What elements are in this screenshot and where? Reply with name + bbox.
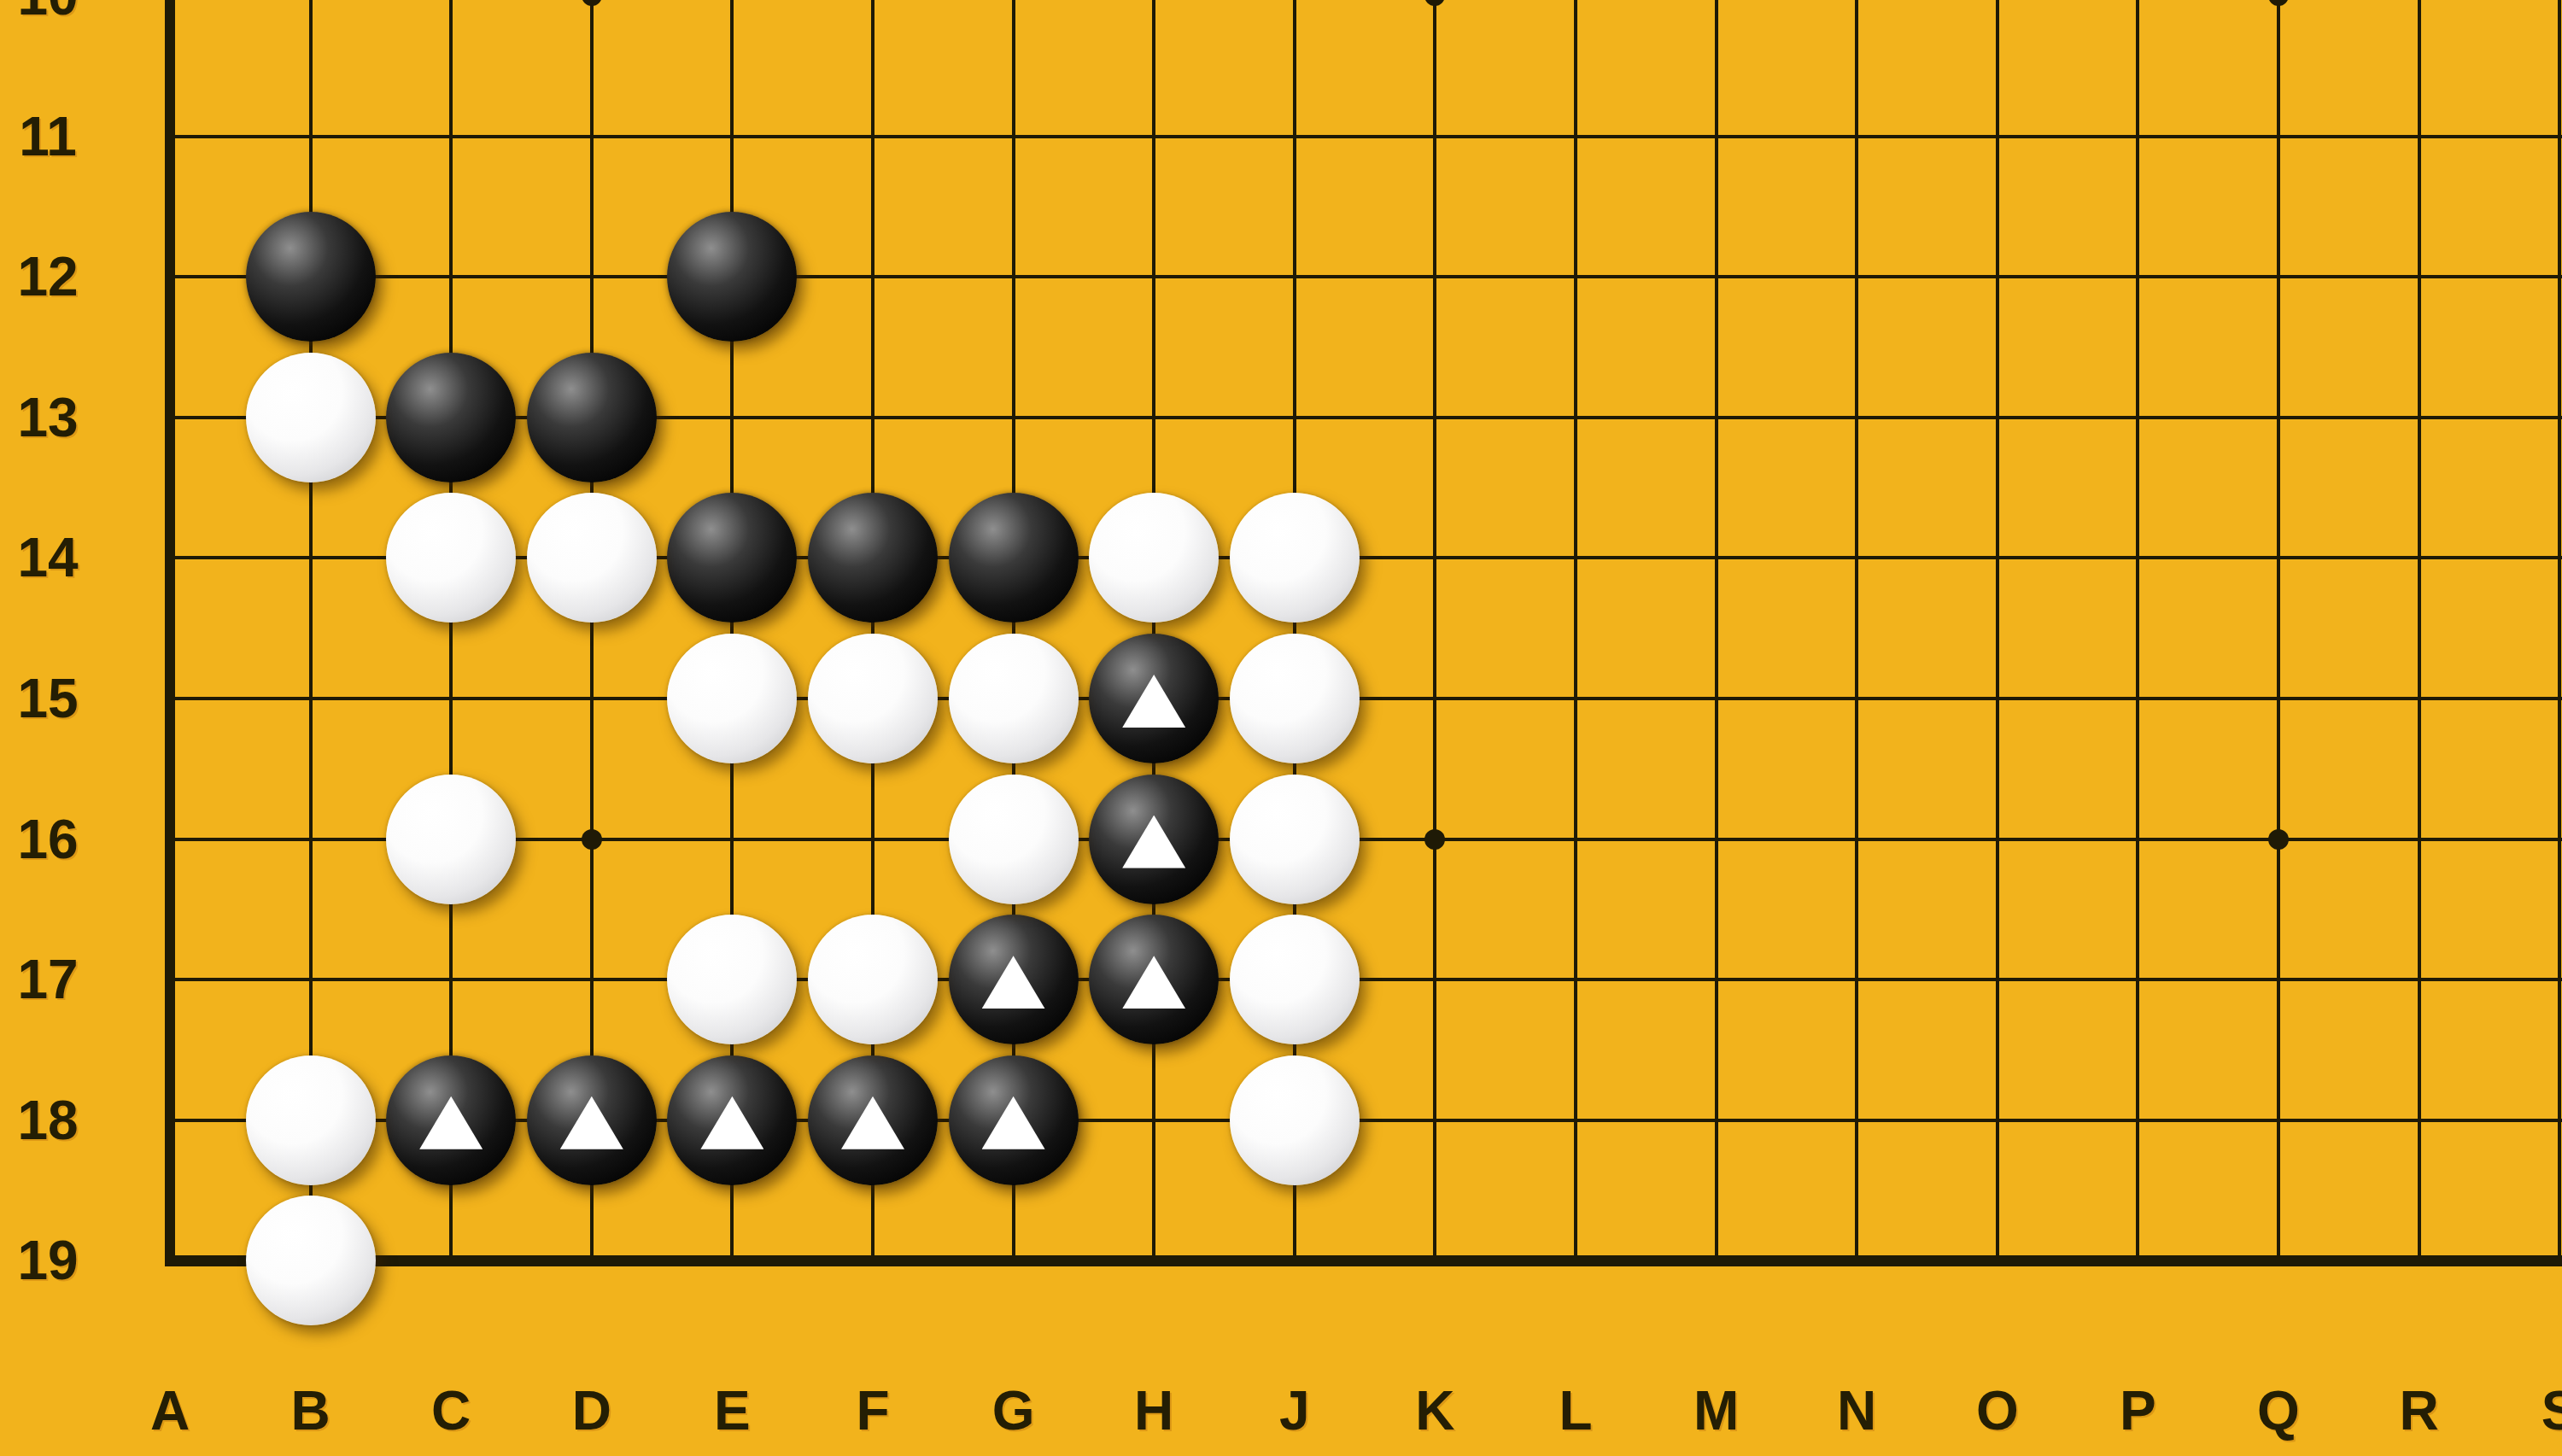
grid-line-row-14 — [165, 556, 2562, 559]
stone-black-E18[interactable] — [667, 1055, 797, 1185]
stone-white-J18[interactable] — [1230, 1055, 1360, 1185]
stone-white-B18[interactable] — [246, 1055, 376, 1185]
grid-line-col-K — [1433, 0, 1436, 1266]
col-label-E: E — [681, 1377, 783, 1445]
star-point-D16 — [582, 829, 602, 850]
col-label-C: C — [400, 1377, 502, 1445]
stone-black-G18[interactable] — [949, 1055, 1079, 1185]
col-label-F: F — [822, 1377, 924, 1445]
col-label-H: H — [1103, 1377, 1205, 1445]
row-label-15: 15 — [0, 664, 96, 733]
stone-black-B12[interactable] — [246, 212, 376, 342]
stone-white-D14[interactable] — [527, 493, 657, 623]
row-label-10: 10 — [0, 0, 96, 30]
stone-white-B19[interactable] — [246, 1196, 376, 1325]
stone-white-J16[interactable] — [1230, 775, 1360, 904]
stone-white-J17[interactable] — [1230, 915, 1360, 1044]
stone-black-F18[interactable] — [808, 1055, 938, 1185]
board-surface[interactable]: ABCDEFGHJKLMNOPQRS10111213141516171819 — [0, 0, 2562, 1456]
grid-line-col-R — [2418, 0, 2421, 1266]
col-label-B: B — [260, 1377, 362, 1445]
stone-white-J15[interactable] — [1230, 634, 1360, 763]
stone-black-G14[interactable] — [949, 493, 1079, 623]
col-label-K: K — [1383, 1377, 1486, 1445]
col-label-L: L — [1524, 1377, 1627, 1445]
col-label-G: G — [962, 1377, 1065, 1445]
stone-black-G17[interactable] — [949, 915, 1079, 1044]
stone-black-D18[interactable] — [527, 1055, 657, 1185]
star-point-D10 — [582, 0, 602, 6]
row-label-19: 19 — [0, 1226, 96, 1295]
stone-white-G15[interactable] — [949, 634, 1079, 763]
triangle-mark-H15 — [1122, 675, 1185, 728]
stone-black-H17[interactable] — [1089, 915, 1219, 1044]
col-label-P: P — [2086, 1377, 2189, 1445]
row-label-12: 12 — [0, 243, 96, 311]
col-label-A: A — [119, 1377, 221, 1445]
stone-white-J14[interactable] — [1230, 493, 1360, 623]
stone-white-H14[interactable] — [1089, 493, 1219, 623]
col-label-O: O — [1946, 1377, 2049, 1445]
star-point-K16 — [1424, 829, 1445, 850]
star-point-Q16 — [2268, 829, 2289, 850]
row-label-11: 11 — [0, 102, 96, 171]
grid-line-col-Q — [2277, 0, 2280, 1266]
star-point-Q10 — [2268, 0, 2289, 6]
triangle-mark-G18 — [982, 1096, 1045, 1149]
stone-black-E12[interactable] — [667, 212, 797, 342]
row-label-13: 13 — [0, 383, 96, 452]
triangle-mark-D18 — [560, 1096, 623, 1149]
row-label-18: 18 — [0, 1086, 96, 1155]
grid-line-col-O — [1996, 0, 1999, 1266]
stone-white-G16[interactable] — [949, 775, 1079, 904]
triangle-mark-F18 — [841, 1096, 904, 1149]
triangle-mark-C18 — [419, 1096, 483, 1149]
stone-white-B13[interactable] — [246, 353, 376, 482]
stone-black-C18[interactable] — [386, 1055, 516, 1185]
grid-line-row-11 — [165, 135, 2562, 138]
stone-white-E17[interactable] — [667, 915, 797, 1044]
triangle-mark-H16 — [1122, 816, 1185, 868]
col-label-M: M — [1665, 1377, 1768, 1445]
star-point-K10 — [1424, 0, 1445, 6]
go-board-diagram: ABCDEFGHJKLMNOPQRS10111213141516171819 — [0, 0, 2562, 1456]
grid-line-row-18 — [165, 1119, 2562, 1122]
grid-line-col-S — [2558, 0, 2561, 1266]
col-label-S: S — [2508, 1377, 2562, 1445]
stone-white-F17[interactable] — [808, 915, 938, 1044]
stone-black-C13[interactable] — [386, 353, 516, 482]
row-label-17: 17 — [0, 945, 96, 1014]
col-label-R: R — [2368, 1377, 2471, 1445]
row-label-14: 14 — [0, 523, 96, 592]
grid-line-row-12 — [165, 275, 2562, 278]
grid-line-row-15 — [165, 697, 2562, 700]
stone-black-D13[interactable] — [527, 353, 657, 482]
col-label-Q: Q — [2227, 1377, 2330, 1445]
triangle-mark-H17 — [1122, 956, 1185, 1009]
grid-line-row-19 — [165, 1255, 2562, 1266]
grid-line-col-M — [1715, 0, 1718, 1266]
grid-line-col-A — [165, 0, 175, 1266]
row-label-16: 16 — [0, 805, 96, 874]
grid-line-col-N — [1855, 0, 1858, 1266]
grid-line-col-P — [2136, 0, 2139, 1266]
grid-line-row-13 — [165, 416, 2562, 419]
stone-white-E15[interactable] — [667, 634, 797, 763]
stone-black-H15[interactable] — [1089, 634, 1219, 763]
col-label-J: J — [1243, 1377, 1346, 1445]
grid-line-col-L — [1574, 0, 1577, 1266]
stone-black-E14[interactable] — [667, 493, 797, 623]
triangle-mark-E18 — [700, 1096, 763, 1149]
col-label-D: D — [541, 1377, 643, 1445]
stone-white-C14[interactable] — [386, 493, 516, 623]
stone-white-C16[interactable] — [386, 775, 516, 904]
grid-line-row-17 — [165, 978, 2562, 981]
col-label-N: N — [1805, 1377, 1908, 1445]
stone-black-H16[interactable] — [1089, 775, 1219, 904]
triangle-mark-G17 — [982, 956, 1045, 1009]
stone-white-F15[interactable] — [808, 634, 938, 763]
stone-black-F14[interactable] — [808, 493, 938, 623]
grid-line-row-16 — [165, 838, 2562, 841]
